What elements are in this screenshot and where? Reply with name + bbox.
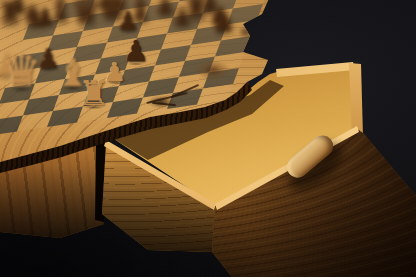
piece-black-pawn[interactable]: ♟	[171, 5, 193, 29]
pieces-layer: ♟♛♝♟♜♟♟♟♞♜♞♝♛♚♝♜♟♟♟♟♟	[0, 0, 416, 277]
piece-black-knight[interactable]: ♞	[207, 2, 237, 36]
piece-black-pawn[interactable]: ♟	[116, 8, 139, 34]
piece-black-pawn[interactable]: ♟	[123, 37, 149, 66]
piece-black-queen[interactable]: ♛	[70, 0, 102, 29]
piece-white-queen[interactable]: ♛	[2, 49, 41, 93]
piece-white-rook[interactable]: ♜	[79, 76, 109, 110]
photo-scene: ♟♛♝♟♜♟♟♟♞♜♞♝♛♚♝♜♟♟♟♟♟	[0, 0, 416, 277]
piece-black-knight[interactable]: ♞	[21, 1, 48, 31]
